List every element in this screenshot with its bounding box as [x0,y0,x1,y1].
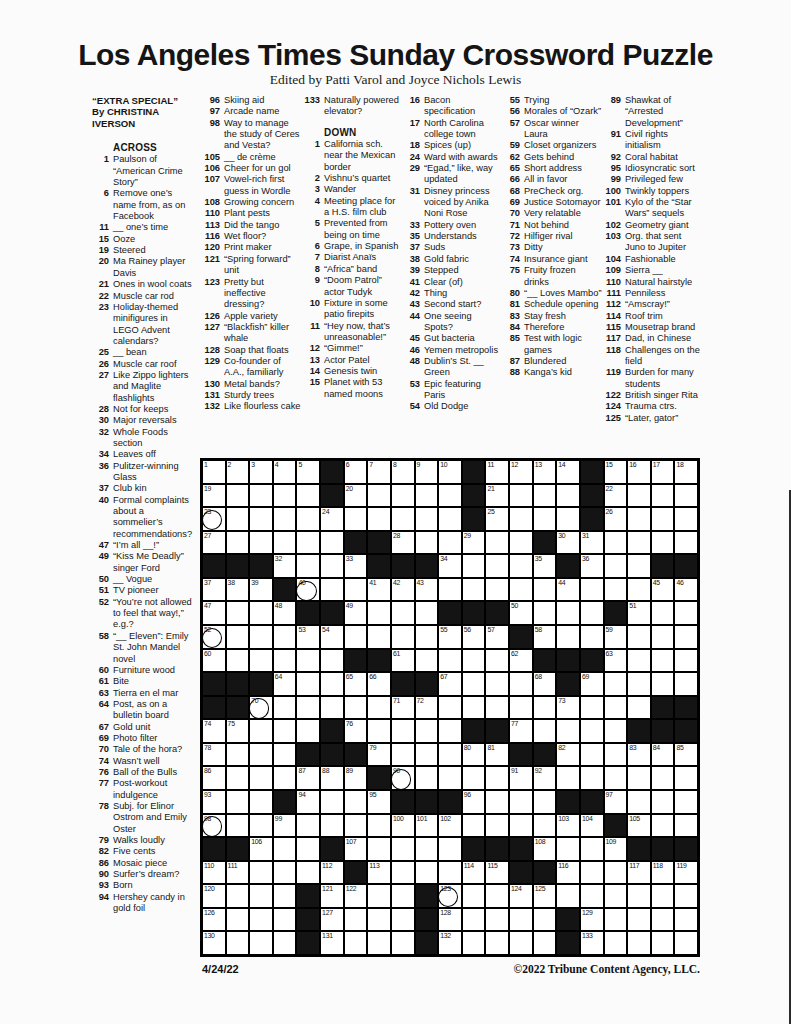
grid-cell [580,766,604,790]
grid-cell: 40 [296,578,320,602]
cell-number: 91 [511,767,518,775]
grid-cell [485,884,509,908]
clue-text: “__ Eleven”: Emily St. John Mandel novel [113,631,192,665]
clue-number: 106 [203,163,224,174]
clue-across-40: 40Formal complaints about a sommelier’s … [92,495,195,540]
grid-cell [580,861,604,885]
clue-down-84: 84Therefore [503,322,603,333]
clue-down-39: 39Stepped [403,265,503,276]
cell-number: 78 [204,744,211,752]
clue-across-6: 6Remove one’s name from, as on Facebook [92,188,195,222]
cell-number: 131 [322,932,333,940]
grid-cell [273,931,297,955]
grid-cell: 129 [580,908,604,932]
clue-number: 39 [403,265,424,276]
clue-across-82: 82Five cents [92,846,195,857]
cell-number: 97 [606,791,613,799]
clue-number: 91 [604,129,625,140]
cell-number: 115 [487,862,497,870]
cell-number: 32 [275,555,282,563]
clue-text: Subj. for Elinor Ostrom and Emily Oster [113,801,192,835]
clue-number: 92 [604,152,625,163]
clue-text: Diarist Anaïs [324,252,403,263]
clue-text: Very relatable [524,208,603,219]
cell-number: 72 [417,697,424,705]
section-label: ACROSS [113,142,195,153]
clue-number: 67 [92,722,113,733]
cell-number: 120 [204,885,215,893]
cell-number: 129 [582,909,593,917]
grid-cell: 107 [344,837,368,861]
clue-number: 116 [203,231,224,242]
clue-across-90: 90Surfer’s dream? [92,869,195,880]
clue-across-108: 108Growing concern [203,197,303,208]
clue-number: 71 [503,220,524,231]
cell-number: 49 [346,602,353,610]
clue-text: Not for keeps [113,404,192,415]
clue-across-61: 61Bite [92,676,195,687]
grid-cell: 89 [344,766,368,790]
grid-cell: 83 [627,743,651,767]
clue-text: “Doom Patrol” actor Tudyk [324,275,403,298]
clue-text: Arcade name [224,106,303,117]
cell-number: 110 [204,862,214,870]
grid-cell [320,531,344,555]
grid-cell-black [651,696,675,720]
grid-cell [438,766,462,790]
clue-text: Fixture in some patio firepits [324,298,403,321]
clue-down-15: 15Planet with 53 named moons [303,377,403,400]
clue-number: 29 [403,163,424,174]
cell-number: 7 [369,461,373,469]
grid-cell [226,766,250,790]
grid-cell [249,790,273,814]
cell-number: 89 [346,767,353,775]
grid-cell-black [533,743,557,767]
clue-down-103: 103Org. that sent Juno to Jupiter [604,231,710,254]
grid-cell [627,507,651,531]
clue-text: Ooze [113,234,192,245]
clue-text: Vishnu’s quartet [324,173,403,184]
grid-cell [273,884,297,908]
grid-cell-black [202,554,226,578]
grid-cell-black [509,837,533,861]
grid-cell-black [509,625,533,649]
clue-text: California sch. near the Mexican border [324,139,403,173]
grid-cell: 9 [415,460,439,484]
grid-cell [226,931,250,955]
cell-number: 18 [676,461,683,469]
grid-cell [674,790,698,814]
clue-text: Fashionable [625,254,704,265]
clue-across-93: 93Born [92,880,195,891]
grid-cell: 130 [202,931,226,955]
clue-number: 111 [604,288,625,299]
clue-across-63: 63Tierra en el mar [92,688,195,699]
clue-number: 132 [203,401,224,412]
clue-text: Grape, in Spanish [324,241,403,252]
grid-cell [627,531,651,555]
grid-cell: 51 [627,601,651,625]
clue-number: 130 [203,379,224,390]
clue-number: 3 [303,184,324,195]
grid-cell: 67 [438,672,462,696]
cell-number: 16 [629,461,636,469]
grid-cell [249,601,273,625]
grid-cell [296,719,320,743]
clue-number: 12 [303,343,324,354]
clue-text: Trying [524,95,603,106]
clue-number: 11 [92,222,113,233]
cell-number: 67 [440,673,447,681]
grid-cell-black [249,554,273,578]
clue-number: 53 [403,379,424,390]
grid-cell-black [556,790,580,814]
grid-cell-black [296,743,320,767]
grid-cell-black [604,814,628,838]
grid-cell: 71 [391,696,415,720]
cell-number: 13 [535,461,542,469]
clue-text: Bite [113,676,192,687]
clue-down-119: 119Burden for many students [604,367,710,390]
clue-down-59: 59Closet organizers [503,140,603,151]
cell-number: 63 [606,650,613,658]
grid-cell: 21 [485,484,509,508]
clue-text: Epic featuring Paris [424,379,503,402]
grid-cell [627,884,651,908]
clue-across-121: 121“Spring forward” unit [203,254,303,277]
grid-cell-black [344,861,368,885]
cell-number: 86 [204,767,211,775]
clue-text: British singer Rita [625,390,704,401]
grid-cell [249,507,273,531]
cell-number: 128 [440,909,451,917]
grid-cell-black [202,696,226,720]
clue-number: 84 [503,322,524,333]
clue-text: Born [113,880,192,891]
clue-down-35: 35Understands [403,231,503,242]
grid-cell [438,696,462,720]
grid-cell: 55 [438,625,462,649]
circled-square-marker [296,581,317,601]
clue-number: 114 [604,311,625,322]
clue-number: 78 [92,801,113,812]
clue-number: 63 [92,688,113,699]
clue-text: Actor Patel [324,355,403,366]
grid-cell: 23 [202,507,226,531]
grid-cell [627,484,651,508]
cell-number: 21 [487,485,494,493]
clue-down-29: 29“Egad,” like, way updated [403,163,503,186]
clue-text: Not behind [524,220,603,231]
grid-cell-black [320,484,344,508]
clue-down-124: 124Trauma ctrs. [604,401,710,412]
clue-down-46: 46Yemen metropolis [403,345,503,356]
grid-cell: 78 [202,743,226,767]
grid-cell [533,696,557,720]
grid-cell: 111 [226,861,250,885]
grid-cell [344,507,368,531]
clue-number: 5 [303,218,324,229]
clue-across-106: 106Cheer for un gol [203,163,303,174]
grid-cell [391,507,415,531]
cell-number: 66 [369,673,376,681]
cell-number: 36 [582,555,589,563]
grid-cell: 101 [415,814,439,838]
grid-cell: 65 [344,672,368,696]
clue-across-127: 127“Blackfish” killer whale [203,322,303,345]
cell-number: 38 [228,579,235,587]
clue-text: Morales of “Ozark” [524,106,603,117]
cell-number: 46 [676,579,683,587]
cell-number: 73 [558,697,565,705]
grid-cell-black [580,507,604,531]
clue-number: 56 [503,106,524,117]
grid-cell-black [296,931,320,955]
grid-cell [391,931,415,955]
clue-text: North Carolina college town [424,118,503,141]
grid-cell [415,861,439,885]
grid-cell [485,554,509,578]
grid-cell [533,814,557,838]
clue-text: Ma Rainey player Davis [113,256,192,279]
grid-cell [415,649,439,673]
clue-across-131: 131Sturdy trees [203,390,303,401]
cell-number: 55 [440,626,447,634]
clue-across-21: 21Ones in wool coats [92,279,195,290]
grid-cell: 84 [651,743,675,767]
grid-cell: 26 [604,507,628,531]
grid-cell [296,861,320,885]
grid-cell [415,507,439,531]
cell-number: 130 [204,932,215,940]
cell-number: 81 [487,744,494,752]
clue-number: 80 [503,288,524,299]
grid-cell: 103 [556,814,580,838]
clue-number: 47 [92,540,113,551]
clue-number: 70 [503,208,524,219]
puzzle-byline: By CHRISTINA IVERSON [92,106,195,129]
grid-cell: 57 [485,625,509,649]
grid-cell [674,601,698,625]
cell-number: 29 [464,532,471,540]
circled-square-marker [202,510,223,530]
grid-cell-black [226,554,250,578]
grid-cell [296,484,320,508]
clue-across-97: 97Arcade name [203,106,303,117]
clue-across-120: 120Print maker [203,242,303,253]
clue-down-72: 72Hilfiger rival [503,231,603,242]
clue-down-65: 65Short address [503,163,603,174]
clue-text: __ de crème [224,152,303,163]
grid-cell: 87 [296,766,320,790]
clue-text: Stepped [424,265,503,276]
clue-down-118: 118Challenges on the field [604,345,710,368]
cell-number: 75 [228,720,235,728]
clue-number: 54 [403,401,424,412]
clue-number: 96 [203,95,224,106]
grid-cell [462,908,486,932]
clue-text: Gold fabric [424,254,503,265]
clue-down-104: 104Fashionable [604,254,710,265]
grid-cell-black [462,719,486,743]
clue-number: 21 [92,279,113,290]
grid-cell: 49 [344,601,368,625]
grid-cell [273,696,297,720]
grid-cell [580,601,604,625]
clue-text: PreCheck org. [524,186,603,197]
grid-cell-black [533,861,557,885]
grid-cell: 2 [226,460,250,484]
cell-number: 108 [535,838,546,846]
clue-across-86: 86Mosaic piece [92,858,195,869]
clue-number: 129 [203,356,224,367]
grid-cell [651,625,675,649]
clue-text: Plant pests [224,208,303,219]
grid-cell [604,908,628,932]
clue-number: 76 [92,767,113,778]
clue-number: 133 [303,95,324,106]
grid-cell [580,719,604,743]
clue-across-60: 60Furniture wood [92,665,195,676]
clue-text: Skiing aid [224,95,303,106]
grid-cell [273,908,297,932]
grid-cell: 50 [509,601,533,625]
cell-number: 87 [298,767,305,775]
clue-number: 125 [604,413,625,424]
clue-number: 15 [92,234,113,245]
clue-text: Burden for many students [625,367,704,390]
clue-text: Kanga’s kid [524,367,603,378]
clue-down-70: 70Very relatable [503,208,603,219]
cell-number: 84 [653,744,660,752]
grid-cell [485,578,509,602]
clue-across-23: 23Holiday-themed minifigures in LEGO Adv… [92,302,195,347]
cell-number: 76 [346,720,353,728]
clue-number: 97 [203,106,224,117]
clue-column-3: 133Naturally powered elevator?DOWN1Calif… [303,95,403,400]
grid-cell [415,837,439,861]
cell-number: 99 [275,815,282,823]
clue-down-99: 99Privileged few [604,174,710,185]
clue-text: Naturally powered elevator? [324,95,403,118]
cell-number: 1 [204,461,208,469]
clue-number: 72 [503,231,524,242]
grid-cell: 106 [249,837,273,861]
clue-text: One seeing Spots? [424,311,503,334]
clue-number: 1 [92,154,113,165]
grid-cell [344,625,368,649]
grid-cell: 31 [580,531,604,555]
clue-number: 126 [203,311,224,322]
grid-cell-black [415,672,439,696]
clue-across-96: 96Skiing aid [203,95,303,106]
grid-cell: 66 [367,672,391,696]
grid-cell: 59 [604,625,628,649]
clue-text: Gets behind [524,152,603,163]
clue-text: Post, as on a bulletin board [113,699,192,722]
grid-cell: 43 [415,578,439,602]
grid-cell [320,814,344,838]
clue-down-42: 42Thing [403,288,503,299]
clue-down-88: 88Kanga’s kid [503,367,603,378]
grid-cell [651,601,675,625]
grid-cell [391,743,415,767]
clue-down-110: 110Natural hairstyle [604,277,710,288]
cell-number: 15 [606,461,613,469]
clue-text: Club kin [113,483,192,494]
grid-cell: 99 [273,814,297,838]
clue-number: 11 [303,321,324,332]
grid-cell: 82 [556,743,580,767]
clue-number: 1 [303,139,324,150]
grid-cell [367,908,391,932]
clue-text: Spices (up) [424,140,503,151]
clue-number: 55 [503,95,524,106]
cell-number: 34 [440,555,447,563]
grid-cell [651,507,675,531]
clue-number: 24 [403,152,424,163]
grid-cell [415,601,439,625]
clue-number: 110 [604,277,625,288]
clue-number: 74 [92,756,113,767]
grid-cell [367,507,391,531]
cell-number: 125 [535,885,546,893]
grid-cell: 96 [462,790,486,814]
grid-cell [273,625,297,649]
grid-cell-black [391,554,415,578]
circled-square-marker [438,887,459,907]
clue-down-18: 18Spices (up) [403,140,503,151]
grid-cell-black [462,484,486,508]
grid-cell [604,861,628,885]
clue-number: 22 [92,291,113,302]
clue-number: 108 [203,197,224,208]
cell-number: 17 [653,461,660,469]
grid-cell: 6 [344,460,368,484]
clue-down-44: 44One seeing Spots? [403,311,503,334]
clue-number: 100 [604,186,625,197]
cell-number: 53 [298,626,305,634]
grid-cell: 12 [509,460,533,484]
cell-number: 11 [487,461,494,469]
grid-cell [580,743,604,767]
grid-cell [320,649,344,673]
grid-cell-black [415,908,439,932]
clue-number: 6 [303,241,324,252]
clue-down-71: 71Not behind [503,220,603,231]
grid-cell-black [674,719,698,743]
clue-number: 6 [92,188,113,199]
clue-text: Ones in wool coats [113,279,192,290]
grid-cell [273,719,297,743]
grid-cell: 115 [485,861,509,885]
grid-cell-black [485,837,509,861]
grid-cell [651,908,675,932]
clue-down-53: 53Epic featuring Paris [403,379,503,402]
grid-cell-black [556,672,580,696]
grid-cell [320,554,344,578]
grid-cell [533,507,557,531]
cell-number: 124 [511,885,522,893]
grid-cell [296,531,320,555]
clue-text: Apple variety [224,311,303,322]
clue-number: 48 [403,356,424,367]
clue-down-73: 73Ditty [503,242,603,253]
grid-cell: 11 [485,460,509,484]
page-title: Los Angeles Times Sunday Crossword Puzzl… [0,38,791,72]
grid-cell-black [462,507,486,531]
